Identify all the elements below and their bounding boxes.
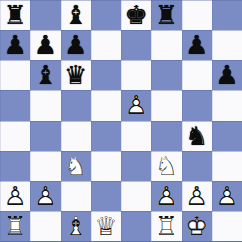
white-pawn-icon[interactable]: ♟♙ bbox=[182, 181, 212, 211]
square-d7[interactable] bbox=[91, 30, 121, 60]
square-h3[interactable] bbox=[212, 151, 242, 181]
square-a6[interactable] bbox=[0, 60, 30, 90]
square-b4[interactable] bbox=[30, 121, 60, 151]
square-e4[interactable] bbox=[121, 121, 151, 151]
square-b1[interactable] bbox=[30, 211, 60, 241]
square-c7[interactable]: ♟ bbox=[61, 30, 91, 60]
piece-outline: ♙ bbox=[151, 181, 181, 211]
square-g8[interactable] bbox=[182, 0, 212, 30]
square-a1[interactable]: ♜♖ bbox=[0, 211, 30, 241]
square-e7[interactable] bbox=[121, 30, 151, 60]
square-g7[interactable]: ♟ bbox=[182, 30, 212, 60]
square-d1[interactable]: ♛♕ bbox=[91, 211, 121, 241]
square-b2[interactable]: ♟♙ bbox=[30, 181, 60, 211]
square-f6[interactable] bbox=[151, 60, 181, 90]
white-pawn-icon[interactable]: ♟♙ bbox=[212, 181, 242, 211]
piece-outline: ♙ bbox=[30, 181, 60, 211]
piece-outline: ♖ bbox=[0, 211, 30, 241]
piece-outline: ♙ bbox=[182, 181, 212, 211]
square-c6[interactable]: ♛ bbox=[61, 60, 91, 90]
square-c3[interactable]: ♞♘ bbox=[61, 151, 91, 181]
white-pawn-icon[interactable]: ♟♙ bbox=[121, 90, 151, 120]
square-f1[interactable]: ♜♖ bbox=[151, 211, 181, 241]
square-a7[interactable]: ♟ bbox=[0, 30, 30, 60]
square-d6[interactable] bbox=[91, 60, 121, 90]
square-d4[interactable] bbox=[91, 121, 121, 151]
black-pawn-icon[interactable]: ♟ bbox=[61, 30, 91, 60]
square-b3[interactable] bbox=[30, 151, 60, 181]
square-e2[interactable] bbox=[121, 181, 151, 211]
black-pawn-icon[interactable]: ♟ bbox=[30, 30, 60, 60]
black-pawn-icon[interactable]: ♟ bbox=[0, 30, 30, 60]
black-rook-icon[interactable]: ♜ bbox=[151, 0, 181, 30]
chess-board: ♜♝♚♜♟♟♟♟♝♛♟♟♙♞♞♘♞♘♟♙♟♙♟♙♟♙♟♙♜♖♝♗♛♕♜♖♚♔ bbox=[0, 0, 242, 242]
square-g3[interactable] bbox=[182, 151, 212, 181]
square-b8[interactable] bbox=[30, 0, 60, 30]
square-h5[interactable] bbox=[212, 90, 242, 120]
white-knight-icon[interactable]: ♞♘ bbox=[61, 151, 91, 181]
piece-outline: ♙ bbox=[0, 181, 30, 211]
square-g5[interactable] bbox=[182, 90, 212, 120]
white-pawn-icon[interactable]: ♟♙ bbox=[0, 181, 30, 211]
square-a3[interactable] bbox=[0, 151, 30, 181]
black-queen-icon[interactable]: ♛ bbox=[61, 60, 91, 90]
piece-outline: ♕ bbox=[91, 211, 121, 241]
piece-outline: ♙ bbox=[121, 90, 151, 120]
square-b6[interactable]: ♝ bbox=[30, 60, 60, 90]
square-h4[interactable] bbox=[212, 121, 242, 151]
square-c4[interactable] bbox=[61, 121, 91, 151]
black-pawn-icon[interactable]: ♟ bbox=[182, 30, 212, 60]
square-a8[interactable]: ♜ bbox=[0, 0, 30, 30]
square-h2[interactable]: ♟♙ bbox=[212, 181, 242, 211]
square-d2[interactable] bbox=[91, 181, 121, 211]
square-f3[interactable]: ♞♘ bbox=[151, 151, 181, 181]
black-bishop-icon[interactable]: ♝ bbox=[30, 60, 60, 90]
black-knight-icon[interactable]: ♞ bbox=[182, 121, 212, 151]
white-knight-icon[interactable]: ♞♘ bbox=[151, 151, 181, 181]
square-g1[interactable]: ♚♔ bbox=[182, 211, 212, 241]
square-a4[interactable] bbox=[0, 121, 30, 151]
square-d5[interactable] bbox=[91, 90, 121, 120]
white-queen-icon[interactable]: ♛♕ bbox=[91, 211, 121, 241]
square-f4[interactable] bbox=[151, 121, 181, 151]
square-h7[interactable] bbox=[212, 30, 242, 60]
square-e1[interactable] bbox=[121, 211, 151, 241]
square-a2[interactable]: ♟♙ bbox=[0, 181, 30, 211]
square-a5[interactable] bbox=[0, 90, 30, 120]
square-f2[interactable]: ♟♙ bbox=[151, 181, 181, 211]
square-b7[interactable]: ♟ bbox=[30, 30, 60, 60]
black-king-icon[interactable]: ♚ bbox=[121, 0, 151, 30]
square-h6[interactable]: ♟ bbox=[212, 60, 242, 90]
white-rook-icon[interactable]: ♜♖ bbox=[0, 211, 30, 241]
square-e5[interactable]: ♟♙ bbox=[121, 90, 151, 120]
piece-outline: ♙ bbox=[212, 181, 242, 211]
black-rook-icon[interactable]: ♜ bbox=[0, 0, 30, 30]
white-pawn-icon[interactable]: ♟♙ bbox=[151, 181, 181, 211]
square-d8[interactable] bbox=[91, 0, 121, 30]
square-e6[interactable] bbox=[121, 60, 151, 90]
square-c1[interactable]: ♝♗ bbox=[61, 211, 91, 241]
square-c2[interactable] bbox=[61, 181, 91, 211]
white-bishop-icon[interactable]: ♝♗ bbox=[61, 211, 91, 241]
square-g2[interactable]: ♟♙ bbox=[182, 181, 212, 211]
piece-outline: ♖ bbox=[151, 211, 181, 241]
piece-outline: ♘ bbox=[61, 151, 91, 181]
black-bishop-icon[interactable]: ♝ bbox=[61, 0, 91, 30]
square-g6[interactable] bbox=[182, 60, 212, 90]
white-rook-icon[interactable]: ♜♖ bbox=[151, 211, 181, 241]
piece-outline: ♗ bbox=[61, 211, 91, 241]
white-king-icon[interactable]: ♚♔ bbox=[182, 211, 212, 241]
piece-outline: ♔ bbox=[182, 211, 212, 241]
square-f8[interactable]: ♜ bbox=[151, 0, 181, 30]
square-b5[interactable] bbox=[30, 90, 60, 120]
piece-outline: ♘ bbox=[151, 151, 181, 181]
square-h8[interactable] bbox=[212, 0, 242, 30]
square-d3[interactable] bbox=[91, 151, 121, 181]
black-pawn-icon[interactable]: ♟ bbox=[212, 60, 242, 90]
square-g4[interactable]: ♞ bbox=[182, 121, 212, 151]
square-f7[interactable] bbox=[151, 30, 181, 60]
square-h1[interactable] bbox=[212, 211, 242, 241]
square-f5[interactable] bbox=[151, 90, 181, 120]
square-e3[interactable] bbox=[121, 151, 151, 181]
square-c8[interactable]: ♝ bbox=[61, 0, 91, 30]
square-c5[interactable] bbox=[61, 90, 91, 120]
white-pawn-icon[interactable]: ♟♙ bbox=[30, 181, 60, 211]
square-e8[interactable]: ♚ bbox=[121, 0, 151, 30]
